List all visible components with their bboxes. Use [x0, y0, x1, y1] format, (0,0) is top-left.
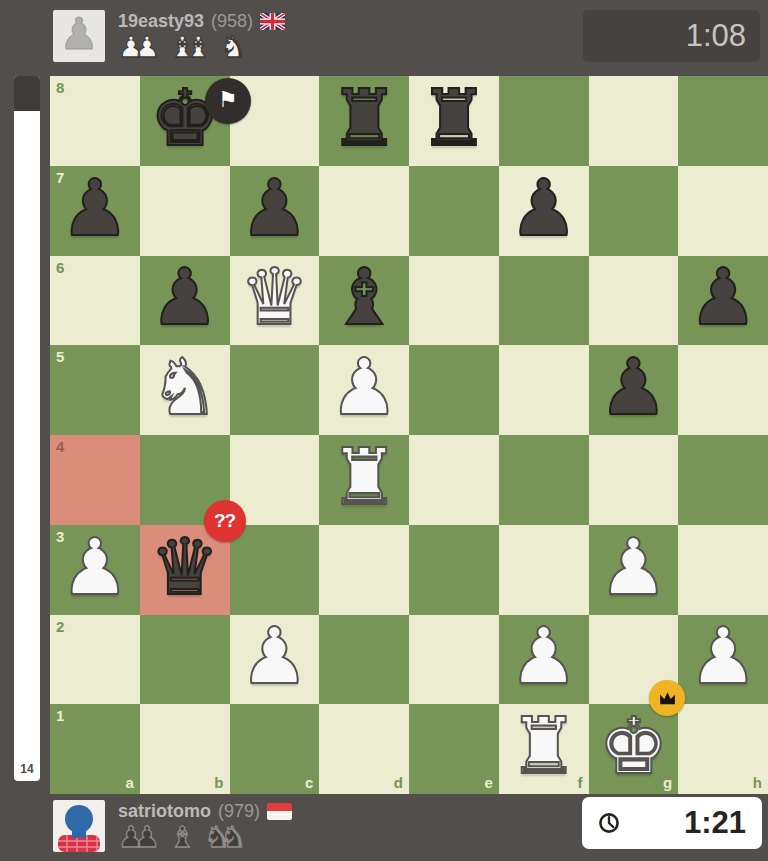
piece-black-pawn[interactable]: ♟	[678, 253, 768, 343]
square-e4[interactable]	[409, 435, 499, 525]
bottom-player-username[interactable]: satriotomo	[118, 801, 211, 822]
clock-icon	[597, 811, 621, 835]
square-f7[interactable]: ♟	[499, 166, 589, 256]
piece-black-pawn[interactable]: ♟	[230, 163, 320, 253]
piece-white-queen[interactable]: ♛	[230, 253, 320, 343]
top-player-rating: (958)	[211, 11, 253, 32]
square-g1[interactable]: g♚	[589, 704, 679, 794]
square-e7[interactable]	[409, 166, 499, 256]
rank-label-4: 4	[56, 438, 64, 455]
piece-white-pawn[interactable]: ♟	[319, 342, 409, 432]
bottom-player-avatar[interactable]	[53, 800, 105, 852]
square-a6[interactable]: 6	[50, 256, 140, 346]
piece-white-pawn[interactable]: ♟	[589, 522, 679, 612]
bottom-captured-pieces: ♟♟♝♞♞	[118, 824, 292, 850]
square-f6[interactable]	[499, 256, 589, 346]
square-d3[interactable]	[319, 525, 409, 615]
square-e6[interactable]	[409, 256, 499, 346]
captured-pawns: ♟♟	[118, 824, 160, 850]
evaluation-bar: 14	[14, 76, 40, 781]
bottom-player-rating: (979)	[218, 801, 260, 822]
square-a2[interactable]: 2	[50, 615, 140, 705]
file-label-a: a	[125, 774, 133, 791]
top-player-avatar[interactable]: ♟	[53, 10, 105, 62]
square-f2[interactable]: ♟	[499, 615, 589, 705]
top-player-clock: 1:08	[583, 10, 760, 62]
piece-white-knight[interactable]: ♞	[140, 342, 230, 432]
file-label-e: e	[484, 774, 492, 791]
square-b2[interactable]	[140, 615, 230, 705]
file-label-d: d	[394, 774, 403, 791]
rank-label-6: 6	[56, 259, 64, 276]
square-a3[interactable]: 3♟	[50, 525, 140, 615]
piece-black-pawn[interactable]: ♟	[140, 253, 230, 343]
captured-knight: ♞	[220, 34, 246, 60]
square-b1[interactable]: b	[140, 704, 230, 794]
resign-flag-badge: ⚑	[205, 78, 251, 124]
square-d1[interactable]: d	[319, 704, 409, 794]
square-b6[interactable]: ♟	[140, 256, 230, 346]
square-h6[interactable]: ♟	[678, 256, 768, 346]
captured-bishop: ♝	[169, 824, 195, 850]
file-label-c: c	[305, 774, 313, 791]
square-h7[interactable]	[678, 166, 768, 256]
square-a8[interactable]: 8	[50, 76, 140, 166]
square-f3[interactable]	[499, 525, 589, 615]
square-d8[interactable]: ♜	[319, 76, 409, 166]
square-g3[interactable]: ♟	[589, 525, 679, 615]
square-e2[interactable]	[409, 615, 499, 705]
square-d5[interactable]: ♟	[319, 345, 409, 435]
square-h1[interactable]: h	[678, 704, 768, 794]
square-g7[interactable]	[589, 166, 679, 256]
piece-black-pawn[interactable]: ♟	[589, 342, 679, 432]
piece-black-pawn[interactable]: ♟	[50, 163, 140, 253]
square-g6[interactable]	[589, 256, 679, 346]
square-a5[interactable]: 5	[50, 345, 140, 435]
top-player-bar: ♟ 19easty93 (958) ♟♟♝♝♞	[53, 10, 285, 62]
square-c5[interactable]	[230, 345, 320, 435]
top-player-username[interactable]: 19easty93	[118, 11, 204, 32]
top-captured-pieces: ♟♟♝♝♞	[118, 34, 285, 60]
captured-bishops: ♝♝	[169, 34, 211, 60]
captured-knights: ♞♞	[204, 824, 246, 850]
square-e5[interactable]	[409, 345, 499, 435]
square-h5[interactable]	[678, 345, 768, 435]
top-clock-time: 1:08	[686, 18, 746, 54]
square-g4[interactable]	[589, 435, 679, 525]
square-f1[interactable]: f♜	[499, 704, 589, 794]
rank-label-1: 1	[56, 707, 64, 724]
square-f5[interactable]	[499, 345, 589, 435]
uk-flag-icon	[260, 13, 285, 30]
evaluation-score: 14	[14, 762, 40, 776]
piece-white-pawn[interactable]: ♟	[230, 612, 320, 702]
square-f4[interactable]	[499, 435, 589, 525]
square-h4[interactable]	[678, 435, 768, 525]
rank-label-2: 2	[56, 618, 64, 635]
file-label-h: h	[753, 774, 762, 791]
square-b5[interactable]: ♞	[140, 345, 230, 435]
square-d2[interactable]	[319, 615, 409, 705]
square-a1[interactable]: 1a	[50, 704, 140, 794]
square-h8[interactable]	[678, 76, 768, 166]
indonesia-flag-icon	[267, 803, 292, 820]
piece-white-rook[interactable]: ♜	[499, 701, 589, 791]
person-avatar-image	[53, 800, 105, 852]
piece-white-pawn[interactable]: ♟	[678, 612, 768, 702]
square-f8[interactable]	[499, 76, 589, 166]
square-c7[interactable]: ♟	[230, 166, 320, 256]
file-label-b: b	[214, 774, 223, 791]
piece-black-bishop[interactable]: ♝	[319, 253, 409, 343]
square-d7[interactable]	[319, 166, 409, 256]
pawn-avatar-icon: ♟	[59, 12, 98, 56]
piece-white-pawn[interactable]: ♟	[50, 522, 140, 612]
square-c3[interactable]	[230, 525, 320, 615]
piece-white-pawn[interactable]: ♟	[499, 612, 589, 702]
square-e3[interactable]	[409, 525, 499, 615]
square-e1[interactable]: e	[409, 704, 499, 794]
blunder-badge: ??	[204, 500, 246, 542]
square-h2[interactable]: ♟	[678, 615, 768, 705]
square-g5[interactable]: ♟	[589, 345, 679, 435]
square-a4[interactable]: 4	[50, 435, 140, 525]
bottom-player-clock: 1:21	[582, 797, 762, 849]
square-h3[interactable]	[678, 525, 768, 615]
piece-black-rook[interactable]: ♜	[319, 73, 409, 163]
square-d4[interactable]: ♜	[319, 435, 409, 525]
square-b7[interactable]	[140, 166, 230, 256]
chess-board[interactable]: 8♚♜♜7♟♟♟6♟♛♝♟5♞♟♟4♜3♟♛♟2♟♟♟1abcdef♜g♚h⚑?…	[50, 76, 768, 794]
square-c1[interactable]: c	[230, 704, 320, 794]
piece-white-rook[interactable]: ♜	[319, 432, 409, 522]
square-d6[interactable]: ♝	[319, 256, 409, 346]
square-e8[interactable]: ♜	[409, 76, 499, 166]
piece-black-rook[interactable]: ♜	[409, 73, 499, 163]
piece-black-pawn[interactable]: ♟	[499, 163, 589, 253]
rank-label-8: 8	[56, 79, 64, 96]
bottom-player-bar: satriotomo (979) ♟♟♝♞♞	[53, 800, 292, 852]
square-a7[interactable]: 7♟	[50, 166, 140, 256]
bottom-clock-time: 1:21	[684, 805, 746, 841]
crown-icon	[658, 691, 677, 706]
square-g8[interactable]	[589, 76, 679, 166]
captured-pawns: ♟♟	[118, 34, 160, 60]
white-flag-icon: ⚑	[218, 89, 238, 111]
rank-label-5: 5	[56, 348, 64, 365]
square-c6[interactable]: ♛	[230, 256, 320, 346]
square-c2[interactable]: ♟	[230, 615, 320, 705]
evaluation-black-section	[14, 76, 40, 111]
